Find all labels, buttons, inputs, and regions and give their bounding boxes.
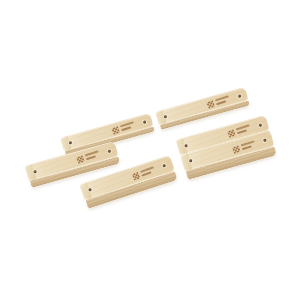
checkered-grid-icon <box>231 144 240 153</box>
drill-hole-right <box>257 122 261 126</box>
drill-hole-right <box>262 139 266 143</box>
logo-text-mark <box>240 140 255 149</box>
drill-hole-right <box>142 119 146 123</box>
logo-text-mark <box>120 121 135 130</box>
logo-text-mark <box>235 124 250 133</box>
drill-hole-right <box>106 148 110 152</box>
checkered-grid-icon <box>226 128 235 137</box>
logo-text-mark <box>84 150 99 159</box>
checkered-grid-icon <box>111 125 120 134</box>
checkered-grid-icon <box>131 171 140 180</box>
checkered-grid-icon <box>75 154 84 163</box>
logo-text-mark <box>215 95 230 104</box>
logo-text-mark <box>140 166 155 176</box>
drill-hole-right <box>237 93 241 97</box>
product-photo <box>0 0 300 300</box>
drill-hole-right <box>162 164 166 168</box>
checkered-grid-icon <box>206 99 215 108</box>
